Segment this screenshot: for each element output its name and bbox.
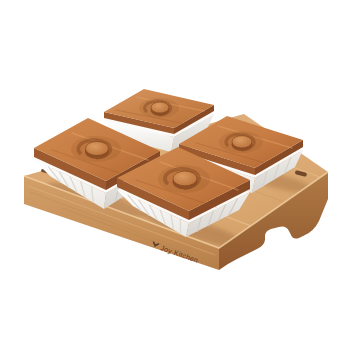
product-photo: Joy Kitchen bbox=[0, 0, 350, 350]
lid-knob bbox=[232, 136, 252, 148]
lid-knob bbox=[173, 171, 197, 186]
scene-canvas: Joy Kitchen bbox=[0, 0, 350, 350]
lid-knob bbox=[86, 142, 109, 156]
lid-knob bbox=[151, 102, 169, 113]
